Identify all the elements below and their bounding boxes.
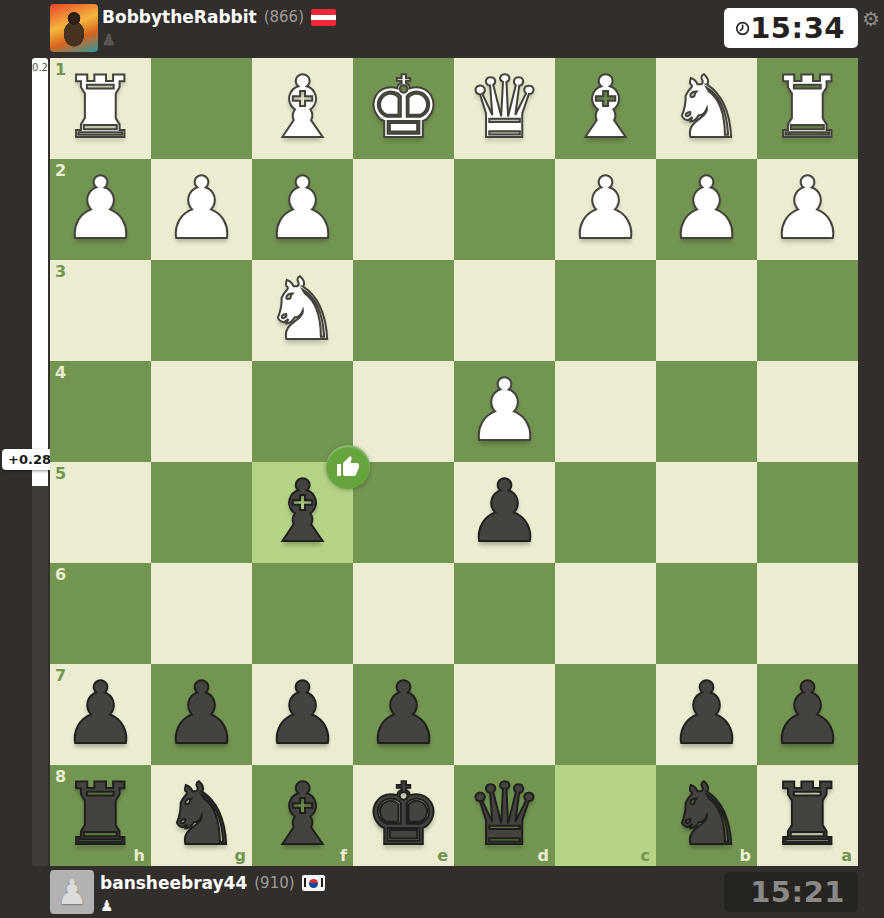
top-player-meta: BobbytheRabbit (866) ♟ (102, 6, 336, 50)
black-rook[interactable]: ♜ (757, 765, 858, 866)
black-knight[interactable]: ♞ (151, 765, 252, 866)
square-b4[interactable] (656, 361, 757, 462)
bottom-player-rating: (910) (254, 874, 294, 892)
black-pawn[interactable]: ♟ (151, 664, 252, 765)
square-g2[interactable]: ♟ (151, 159, 252, 260)
square-e1[interactable]: ♚ (353, 58, 454, 159)
black-queen[interactable]: ♛ (454, 765, 555, 866)
white-knight[interactable]: ♞ (252, 260, 353, 361)
square-d5[interactable]: ♟ (454, 462, 555, 563)
square-e7[interactable]: ♟ (353, 664, 454, 765)
square-d8[interactable]: d♛ (454, 765, 555, 866)
square-d1[interactable]: ♛ (454, 58, 555, 159)
white-rook[interactable]: ♜ (50, 58, 151, 159)
square-h6[interactable]: 6 (50, 563, 151, 664)
square-b6[interactable] (656, 563, 757, 664)
square-c4[interactable] (555, 361, 656, 462)
austria-flag-icon (311, 9, 336, 26)
black-pawn[interactable]: ♟ (353, 664, 454, 765)
rank-label-3: 3 (55, 262, 66, 281)
top-player-clock: 15:34 (724, 8, 858, 48)
black-pawn[interactable]: ♟ (757, 664, 858, 765)
square-f3[interactable]: ♞ (252, 260, 353, 361)
square-g6[interactable] (151, 563, 252, 664)
rank-label-5: 5 (55, 464, 66, 483)
square-d2[interactable] (454, 159, 555, 260)
bottom-clock-time: 15:21 (724, 875, 858, 909)
square-g1[interactable] (151, 58, 252, 159)
square-h2[interactable]: 2♟ (50, 159, 151, 260)
gear-icon[interactable]: ⚙ (859, 7, 883, 31)
black-pawn[interactable]: ♟ (50, 664, 151, 765)
square-h5[interactable]: 5 (50, 462, 151, 563)
chess-game-app: BobbytheRabbit (866) ♟ 15:34 ⚙ 0.2 +0.28… (0, 0, 884, 918)
square-b5[interactable] (656, 462, 757, 563)
black-rook[interactable]: ♜ (50, 765, 151, 866)
square-g4[interactable] (151, 361, 252, 462)
top-player-bar: BobbytheRabbit (866) ♟ 15:34 ⚙ (0, 0, 884, 56)
rank-label-4: 4 (55, 363, 66, 382)
evaluation-badge: +0.28 (2, 449, 57, 470)
white-pawn[interactable]: ♟ (252, 159, 353, 260)
square-d6[interactable] (454, 563, 555, 664)
chess-board: 1♜♝♚♛♝♞♜2♟♟♟♟♟♟3♞4♟5♝♟67♟♟♟♟♟♟8h♜g♞f♝e♚d… (50, 58, 858, 866)
square-c3[interactable] (555, 260, 656, 361)
square-a6[interactable] (757, 563, 858, 664)
square-a5[interactable] (757, 462, 858, 563)
square-a2[interactable]: ♟ (757, 159, 858, 260)
square-f1[interactable]: ♝ (252, 58, 353, 159)
black-king[interactable]: ♚ (353, 765, 454, 866)
bottom-player-bar: ♟ bansheebray44 (910) ♟ 15:21 (0, 866, 884, 918)
black-knight[interactable]: ♞ (656, 765, 757, 866)
evaluation-value: 0.2 (32, 58, 48, 73)
captured-white-pawn-icon: ♟ (100, 897, 113, 915)
black-bishop[interactable]: ♝ (252, 765, 353, 866)
file-label-c: c (641, 846, 650, 865)
square-e2[interactable] (353, 159, 454, 260)
square-h1[interactable]: 1♜ (50, 58, 151, 159)
square-c5[interactable] (555, 462, 656, 563)
black-pawn[interactable]: ♟ (656, 664, 757, 765)
square-h3[interactable]: 3 (50, 260, 151, 361)
white-pawn[interactable]: ♟ (757, 159, 858, 260)
white-queen[interactable]: ♛ (454, 58, 555, 159)
square-e8[interactable]: e♚ (353, 765, 454, 866)
square-c2[interactable]: ♟ (555, 159, 656, 260)
black-pawn[interactable]: ♟ (252, 664, 353, 765)
square-a7[interactable]: ♟ (757, 664, 858, 765)
white-bishop[interactable]: ♝ (252, 58, 353, 159)
top-player-name[interactable]: BobbytheRabbit (102, 7, 257, 27)
white-king[interactable]: ♚ (353, 58, 454, 159)
good-move-thumbs-up-badge (326, 445, 370, 489)
evaluation-sidebar: 0.2 +0.28 (0, 58, 50, 866)
square-a3[interactable] (757, 260, 858, 361)
square-c7[interactable] (555, 664, 656, 765)
square-c6[interactable] (555, 563, 656, 664)
square-e5[interactable] (353, 462, 454, 563)
square-b7[interactable]: ♟ (656, 664, 757, 765)
square-a8[interactable]: a♜ (757, 765, 858, 866)
square-f8[interactable]: f♝ (252, 765, 353, 866)
bottom-player-clock: 15:21 (724, 872, 858, 912)
square-f7[interactable]: ♟ (252, 664, 353, 765)
white-pawn[interactable]: ♟ (50, 159, 151, 260)
square-g7[interactable]: ♟ (151, 664, 252, 765)
white-pawn[interactable]: ♟ (454, 361, 555, 462)
bottom-player-meta: bansheebray44 (910) ♟ (100, 872, 325, 916)
bottom-player-avatar[interactable]: ♟ (50, 870, 94, 914)
top-player-rating: (866) (264, 8, 304, 26)
white-pawn[interactable]: ♟ (656, 159, 757, 260)
square-b1[interactable]: ♞ (656, 58, 757, 159)
square-d7[interactable] (454, 664, 555, 765)
square-h8[interactable]: 8h♜ (50, 765, 151, 866)
white-knight[interactable]: ♞ (656, 58, 757, 159)
square-e4[interactable] (353, 361, 454, 462)
square-h7[interactable]: 7♟ (50, 664, 151, 765)
square-g3[interactable] (151, 260, 252, 361)
square-f2[interactable]: ♟ (252, 159, 353, 260)
square-f6[interactable] (252, 563, 353, 664)
black-pawn[interactable]: ♟ (454, 462, 555, 563)
square-e3[interactable] (353, 260, 454, 361)
white-pawn[interactable]: ♟ (151, 159, 252, 260)
square-a1[interactable]: ♜ (757, 58, 858, 159)
white-bishop[interactable]: ♝ (555, 58, 656, 159)
square-d3[interactable] (454, 260, 555, 361)
south-korea-flag-icon (302, 875, 325, 891)
bottom-player-name[interactable]: bansheebray44 (100, 873, 247, 893)
square-b2[interactable]: ♟ (656, 159, 757, 260)
square-c8[interactable]: c (555, 765, 656, 866)
clock-icon (735, 17, 750, 40)
square-b8[interactable]: b♞ (656, 765, 757, 866)
square-g8[interactable]: g♞ (151, 765, 252, 866)
square-a4[interactable] (757, 361, 858, 462)
square-c1[interactable]: ♝ (555, 58, 656, 159)
square-b3[interactable] (656, 260, 757, 361)
top-player-avatar[interactable] (50, 4, 98, 52)
thumbs-up-icon (336, 455, 360, 479)
rank-label-6: 6 (55, 565, 66, 584)
square-g5[interactable] (151, 462, 252, 563)
white-rook[interactable]: ♜ (757, 58, 858, 159)
white-pawn[interactable]: ♟ (555, 159, 656, 260)
captured-black-pawn-icon: ♟ (102, 31, 115, 49)
square-d4[interactable]: ♟ (454, 361, 555, 462)
square-h4[interactable]: 4 (50, 361, 151, 462)
top-clock-time: 15:34 (750, 11, 858, 45)
evaluation-white-portion: 0.2 (32, 58, 48, 486)
square-e6[interactable] (353, 563, 454, 664)
